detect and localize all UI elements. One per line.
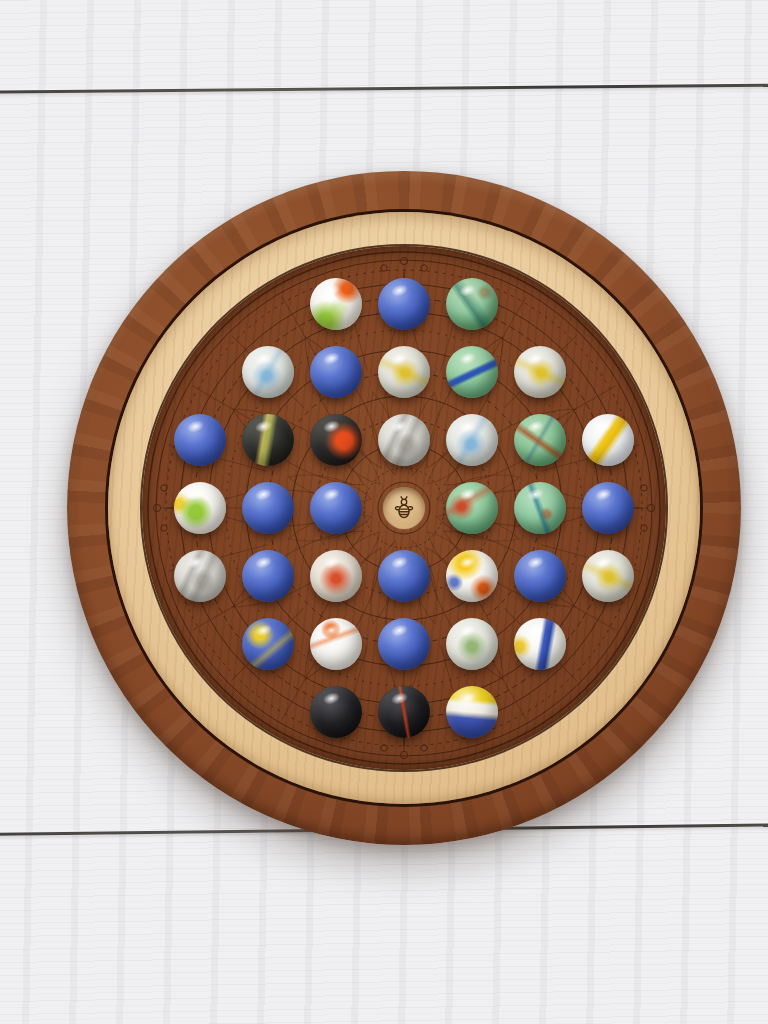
- hole-r5-c1: [166, 542, 234, 610]
- bee-icon: [391, 495, 417, 521]
- hole-r6-c4: [370, 610, 438, 678]
- hole-r5-c2: [234, 542, 302, 610]
- hole-r4-c1: [166, 474, 234, 542]
- marble-r3-c2-black-greenband[interactable]: [242, 414, 294, 466]
- hole-r7-c3: [302, 678, 370, 746]
- hole-r3-c7: [574, 406, 642, 474]
- marble-r2-c5-green-bluestripe[interactable]: [446, 346, 498, 398]
- center-hole-cell: [370, 474, 438, 542]
- marble-r4-c5-green-red[interactable]: [446, 482, 498, 534]
- marble-r6-c4-blue[interactable]: [378, 618, 430, 670]
- marble-r5-c6-blue[interactable]: [514, 550, 566, 602]
- hole-r5-c5: [438, 542, 506, 610]
- hole-r1-c5: [438, 270, 506, 338]
- marble-r2-c6-clear-yellow[interactable]: [514, 346, 566, 398]
- hole-r3-c1: [166, 406, 234, 474]
- marble-r1-c3-white-orange-green[interactable]: [310, 278, 362, 330]
- hole-r3-c3: [302, 406, 370, 474]
- marble-r6-c3-white-orangeswirl[interactable]: [310, 618, 362, 670]
- hole-r1-c3: [302, 270, 370, 338]
- hole-r2-c4: [370, 338, 438, 406]
- marble-r6-c6-white-blueband[interactable]: [514, 618, 566, 670]
- marble-r5-c4-blue[interactable]: [378, 550, 430, 602]
- hole-r4-c5: [438, 474, 506, 542]
- marble-r3-c3-black-orange[interactable]: [310, 414, 362, 466]
- hole-r2-c6: [506, 338, 574, 406]
- marble-r7-c5-white-yellow-blue[interactable]: [446, 686, 498, 738]
- hole-r3-c4: [370, 406, 438, 474]
- marble-r6-c2-blue-yellow[interactable]: [242, 618, 294, 670]
- engraved-playing-field: [142, 246, 666, 770]
- solitaire-board: [67, 171, 741, 845]
- marble-r1-c4-blue[interactable]: [378, 278, 430, 330]
- hole-r3-c2: [234, 406, 302, 474]
- solitaire-grid: [166, 270, 642, 746]
- hole-r1-c4: [370, 270, 438, 338]
- hole-r5-c3: [302, 542, 370, 610]
- hole-r6-c5: [438, 610, 506, 678]
- marble-r4-c2-blue[interactable]: [242, 482, 294, 534]
- hole-r3-c5: [438, 406, 506, 474]
- hole-r4-c6: [506, 474, 574, 542]
- center-empty-hole[interactable]: [383, 487, 425, 529]
- marble-r5-c5-white-beachball[interactable]: [446, 550, 498, 602]
- hole-r5-c6: [506, 542, 574, 610]
- marble-r4-c6-green-teal[interactable]: [514, 482, 566, 534]
- marble-r7-c3-black[interactable]: [310, 686, 362, 738]
- marble-r5-c2-blue[interactable]: [242, 550, 294, 602]
- marble-r4-c1-white-green[interactable]: [174, 482, 226, 534]
- marble-r7-c4-black-redstreak[interactable]: [378, 686, 430, 738]
- marble-r3-c7-white-yellowstripe[interactable]: [582, 414, 634, 466]
- hole-r5-c7: [574, 542, 642, 610]
- marble-r4-c3-blue[interactable]: [310, 482, 362, 534]
- hole-r4-c3: [302, 474, 370, 542]
- hole-r5-c4: [370, 542, 438, 610]
- hole-r2-c2: [234, 338, 302, 406]
- marble-r2-c3-blue[interactable]: [310, 346, 362, 398]
- hole-r6-c3: [302, 610, 370, 678]
- hole-r3-c6: [506, 406, 574, 474]
- marble-r5-c3-clear-red[interactable]: [310, 550, 362, 602]
- marble-r2-c4-clear-yellow[interactable]: [378, 346, 430, 398]
- marble-r4-c7-blue[interactable]: [582, 482, 634, 534]
- hole-r7-c5: [438, 678, 506, 746]
- hole-r7-c4: [370, 678, 438, 746]
- hole-r4-c7: [574, 474, 642, 542]
- hole-r6-c6: [506, 610, 574, 678]
- plank-seam-top: [0, 83, 768, 93]
- marble-r2-c2-clear-blue[interactable]: [242, 346, 294, 398]
- whitewashed-plank-background: { "game": "marble solitaire (peg solitai…: [0, 0, 768, 1024]
- marble-r6-c5-clear-green[interactable]: [446, 618, 498, 670]
- hole-r6-c2: [234, 610, 302, 678]
- marble-r3-c5-clear-blue[interactable]: [446, 414, 498, 466]
- marble-r3-c4-smoky[interactable]: [378, 414, 430, 466]
- marble-r3-c6-green-rust[interactable]: [514, 414, 566, 466]
- hole-r2-c5: [438, 338, 506, 406]
- hole-r4-c2: [234, 474, 302, 542]
- hole-r2-c3: [302, 338, 370, 406]
- marble-r5-c7-clear-yellow[interactable]: [582, 550, 634, 602]
- marble-r3-c1-blue[interactable]: [174, 414, 226, 466]
- marble-r1-c5-green-jade[interactable]: [446, 278, 498, 330]
- marble-r5-c1-smoky[interactable]: [174, 550, 226, 602]
